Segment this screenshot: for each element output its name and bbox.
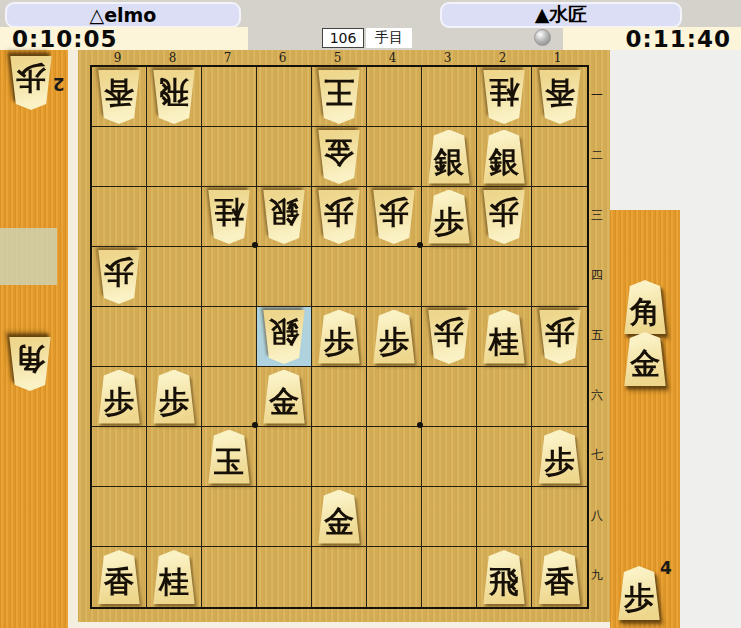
- square-6八[interactable]: [257, 487, 312, 547]
- piece-glyph: 歩: [371, 190, 417, 234]
- move-suffix-label: 手目: [366, 28, 412, 48]
- rank-label-2: 二: [587, 147, 607, 164]
- square-1六[interactable]: [532, 367, 587, 427]
- hoshi-dot: [417, 242, 423, 248]
- square-7四[interactable]: [202, 247, 257, 307]
- rank-label-3: 三: [587, 207, 607, 224]
- square-2三[interactable]: 歩: [477, 187, 532, 247]
- piece-gote-knight[interactable]: 桂: [481, 70, 527, 124]
- square-2一[interactable]: 桂: [477, 67, 532, 127]
- square-5八[interactable]: 金: [312, 487, 367, 547]
- square-1二[interactable]: [532, 127, 587, 187]
- piece-sente-pawn[interactable]: 歩: [96, 370, 142, 424]
- square-3五[interactable]: 歩: [422, 307, 477, 367]
- sente-hand-tray: 角 金 歩 4: [610, 210, 680, 628]
- square-1八[interactable]: [532, 487, 587, 547]
- square-8九[interactable]: 桂: [147, 547, 202, 607]
- piece-sente-pawn[interactable]: 歩: [616, 566, 662, 620]
- file-label-1: 1: [530, 51, 585, 65]
- square-2二[interactable]: 銀: [477, 127, 532, 187]
- square-3八[interactable]: [422, 487, 477, 547]
- piece-gote-pawn[interactable]: 歩: [316, 190, 362, 244]
- piece-glyph: 歩: [537, 310, 583, 354]
- file-label-2: 2: [475, 51, 530, 65]
- square-6七[interactable]: [257, 427, 312, 487]
- hoshi-dot: [252, 242, 258, 248]
- square-1九[interactable]: 香: [532, 547, 587, 607]
- piece-sente-gold[interactable]: 金: [261, 370, 307, 424]
- hand-piece-gote-pawn[interactable]: 歩: [8, 56, 54, 110]
- piece-sente-silver[interactable]: 銀: [426, 130, 472, 184]
- square-4六[interactable]: [367, 367, 422, 427]
- rank-label-8: 八: [587, 507, 607, 524]
- sente-nameplate[interactable]: ▲水匠: [440, 2, 682, 28]
- gote-name-label: △elmo: [90, 4, 157, 26]
- piece-glyph: 玉: [206, 440, 252, 484]
- board-grid: 香飛王桂香金銀銀桂銀歩歩歩歩歩銀歩歩歩桂歩歩歩金玉歩金香桂飛香: [90, 65, 589, 609]
- piece-sente-pawn[interactable]: 歩: [426, 190, 472, 244]
- piece-sente-bishop[interactable]: 角: [622, 280, 668, 334]
- square-6六[interactable]: 金: [257, 367, 312, 427]
- square-1五[interactable]: 歩: [532, 307, 587, 367]
- piece-glyph: 歩: [426, 310, 472, 354]
- rank-label-7: 七: [587, 447, 607, 464]
- piece-sente-pawn[interactable]: 歩: [316, 310, 362, 364]
- piece-sente-lance[interactable]: 香: [96, 550, 142, 604]
- square-8三[interactable]: [147, 187, 202, 247]
- square-3三[interactable]: 歩: [422, 187, 477, 247]
- tray-selection-overlay: [0, 228, 57, 285]
- sente-pawn-count: 4: [660, 558, 672, 578]
- file-label-6: 6: [255, 51, 310, 65]
- square-3六[interactable]: [422, 367, 477, 427]
- piece-glyph: 歩: [8, 56, 54, 100]
- square-1三[interactable]: [532, 187, 587, 247]
- piece-glyph: 歩: [316, 320, 362, 364]
- rank-label-4: 四: [587, 267, 607, 284]
- square-2四[interactable]: [477, 247, 532, 307]
- square-9八[interactable]: [92, 487, 147, 547]
- gote-clock-strip: 0:10:05: [0, 27, 248, 50]
- square-7七[interactable]: 玉: [202, 427, 257, 487]
- file-label-5: 5: [310, 51, 365, 65]
- piece-glyph: 歩: [96, 380, 142, 424]
- piece-gote-pawn[interactable]: 歩: [426, 310, 472, 364]
- piece-glyph: 金: [261, 380, 307, 424]
- piece-sente-knight[interactable]: 桂: [151, 550, 197, 604]
- square-8一[interactable]: 飛: [147, 67, 202, 127]
- square-9四[interactable]: 歩: [92, 247, 147, 307]
- piece-glyph: 歩: [151, 380, 197, 424]
- piece-gote-gold[interactable]: 金: [316, 130, 362, 184]
- square-6二[interactable]: [257, 127, 312, 187]
- square-5三[interactable]: 歩: [312, 187, 367, 247]
- turn-indicator-icon: [534, 29, 551, 46]
- piece-gote-pawn[interactable]: 歩: [481, 190, 527, 244]
- square-3四[interactable]: [422, 247, 477, 307]
- square-6五[interactable]: 銀: [257, 307, 312, 367]
- square-5四[interactable]: [312, 247, 367, 307]
- piece-glyph: 金: [316, 500, 362, 544]
- piece-glyph: 金: [622, 342, 668, 386]
- square-3七[interactable]: [422, 427, 477, 487]
- piece-glyph: 金: [316, 130, 362, 174]
- board-bottom-strip: [78, 622, 610, 628]
- piece-glyph: 桂: [206, 190, 252, 234]
- file-label-4: 4: [365, 51, 420, 65]
- square-4二[interactable]: [367, 127, 422, 187]
- sente-name-label: ▲水匠: [535, 2, 588, 28]
- file-label-7: 7: [200, 51, 255, 65]
- hand-piece-sente-gold[interactable]: 金: [622, 332, 668, 386]
- square-2七[interactable]: [477, 427, 532, 487]
- piece-glyph: 桂: [481, 320, 527, 364]
- square-3一[interactable]: [422, 67, 477, 127]
- square-5七[interactable]: [312, 427, 367, 487]
- piece-glyph: 銀: [481, 140, 527, 184]
- square-4四[interactable]: [367, 247, 422, 307]
- piece-gote-rook[interactable]: 飛: [151, 70, 197, 124]
- rank-label-6: 六: [587, 387, 607, 404]
- piece-glyph: 歩: [616, 576, 662, 620]
- square-8八[interactable]: [147, 487, 202, 547]
- hand-piece-sente-bishop[interactable]: 角: [622, 280, 668, 334]
- hand-piece-sente-pawn[interactable]: 歩: [616, 566, 662, 620]
- gote-clock: 0:10:05: [12, 26, 117, 52]
- piece-gote-pawn[interactable]: 歩: [537, 310, 583, 364]
- piece-sente-gold[interactable]: 金: [316, 490, 362, 544]
- square-9九[interactable]: 香: [92, 547, 147, 607]
- square-6九[interactable]: [257, 547, 312, 607]
- square-8二[interactable]: [147, 127, 202, 187]
- square-9三[interactable]: [92, 187, 147, 247]
- square-2九[interactable]: 飛: [477, 547, 532, 607]
- square-2六[interactable]: [477, 367, 532, 427]
- piece-sente-gold[interactable]: 金: [622, 332, 668, 386]
- piece-sente-knight[interactable]: 桂: [481, 310, 527, 364]
- square-4三[interactable]: 歩: [367, 187, 422, 247]
- hoshi-dot: [417, 422, 423, 428]
- square-4五[interactable]: 歩: [367, 307, 422, 367]
- piece-gote-bishop[interactable]: 角: [7, 337, 53, 391]
- square-9二[interactable]: [92, 127, 147, 187]
- square-7二[interactable]: [202, 127, 257, 187]
- square-7九[interactable]: [202, 547, 257, 607]
- piece-glyph: 角: [7, 337, 53, 381]
- piece-gote-pawn[interactable]: 歩: [8, 56, 54, 110]
- square-9五[interactable]: [92, 307, 147, 367]
- square-7六[interactable]: [202, 367, 257, 427]
- square-6一[interactable]: [257, 67, 312, 127]
- sente-clock-strip: 0:11:40: [563, 27, 741, 50]
- piece-gote-pawn[interactable]: 歩: [371, 190, 417, 244]
- gote-hand-tray: 歩 2 角: [0, 50, 68, 628]
- piece-glyph: 歩: [537, 440, 583, 484]
- piece-glyph: 飛: [151, 70, 197, 114]
- piece-sente-rook[interactable]: 飛: [481, 550, 527, 604]
- square-6三[interactable]: 銀: [257, 187, 312, 247]
- square-8四[interactable]: [147, 247, 202, 307]
- square-4七[interactable]: [367, 427, 422, 487]
- move-number-box: 106: [322, 28, 364, 48]
- square-3二[interactable]: 銀: [422, 127, 477, 187]
- square-5一[interactable]: 王: [312, 67, 367, 127]
- rank-label-9: 九: [587, 567, 607, 584]
- rank-label-5: 五: [587, 327, 607, 344]
- rank-label-1: 一: [587, 87, 607, 104]
- square-7五[interactable]: [202, 307, 257, 367]
- gote-nameplate[interactable]: △elmo: [5, 2, 241, 28]
- left-gap-strip: [68, 50, 78, 628]
- piece-glyph: 銀: [426, 140, 472, 184]
- square-4一[interactable]: [367, 67, 422, 127]
- piece-glyph: 香: [537, 70, 583, 114]
- hoshi-dot: [252, 422, 258, 428]
- piece-glyph: 角: [622, 290, 668, 334]
- square-1一[interactable]: 香: [532, 67, 587, 127]
- piece-gote-silver[interactable]: 銀: [261, 190, 307, 244]
- gote-pawn-count: 2: [53, 74, 65, 94]
- piece-glyph: 歩: [481, 190, 527, 234]
- square-9七[interactable]: [92, 427, 147, 487]
- piece-glyph: 桂: [151, 560, 197, 604]
- piece-glyph: 銀: [261, 310, 307, 354]
- square-2五[interactable]: 桂: [477, 307, 532, 367]
- square-3九[interactable]: [422, 547, 477, 607]
- piece-sente-pawn[interactable]: 歩: [371, 310, 417, 364]
- square-4九[interactable]: [367, 547, 422, 607]
- piece-glyph: 香: [96, 560, 142, 604]
- piece-gote-lance[interactable]: 香: [537, 70, 583, 124]
- piece-glyph: 歩: [371, 320, 417, 364]
- square-8五[interactable]: [147, 307, 202, 367]
- piece-glyph: 桂: [481, 70, 527, 114]
- square-2八[interactable]: [477, 487, 532, 547]
- square-7八[interactable]: [202, 487, 257, 547]
- file-label-9: 9: [90, 51, 145, 65]
- file-label-8: 8: [145, 51, 200, 65]
- move-number: 106: [330, 30, 357, 46]
- square-6四[interactable]: [257, 247, 312, 307]
- header-bar: △elmo ▲水匠 0:10:05 0:11:40 106 手目: [0, 0, 741, 50]
- file-label-3: 3: [420, 51, 475, 65]
- piece-gote-silver[interactable]: 銀: [261, 310, 307, 364]
- piece-glyph: 歩: [96, 250, 142, 294]
- sente-clock: 0:11:40: [626, 26, 731, 52]
- piece-sente-lance[interactable]: 香: [537, 550, 583, 604]
- square-5二[interactable]: 金: [312, 127, 367, 187]
- board-panel: 987654321 香飛王桂香金銀銀桂銀歩歩歩歩歩銀歩歩歩桂歩歩歩金玉歩金香桂飛…: [78, 50, 610, 622]
- square-9一[interactable]: 香: [92, 67, 147, 127]
- square-8六[interactable]: 歩: [147, 367, 202, 427]
- piece-sente-pawn[interactable]: 歩: [537, 430, 583, 484]
- piece-glyph: 飛: [481, 560, 527, 604]
- piece-glyph: 香: [537, 560, 583, 604]
- square-7三[interactable]: 桂: [202, 187, 257, 247]
- piece-glyph: 歩: [316, 190, 362, 234]
- piece-sente-pawn[interactable]: 歩: [151, 370, 197, 424]
- piece-sente-silver[interactable]: 銀: [481, 130, 527, 184]
- square-1七[interactable]: 歩: [532, 427, 587, 487]
- square-9六[interactable]: 歩: [92, 367, 147, 427]
- piece-glyph: 王: [316, 70, 362, 114]
- square-1四[interactable]: [532, 247, 587, 307]
- piece-gote-king[interactable]: 王: [316, 70, 362, 124]
- square-8七[interactable]: [147, 427, 202, 487]
- piece-gote-pawn[interactable]: 歩: [96, 250, 142, 304]
- square-5六[interactable]: [312, 367, 367, 427]
- square-5九[interactable]: [312, 547, 367, 607]
- hand-piece-gote-bishop[interactable]: 角: [7, 337, 53, 391]
- square-4八[interactable]: [367, 487, 422, 547]
- piece-glyph: 歩: [426, 200, 472, 244]
- piece-sente-king[interactable]: 玉: [206, 430, 252, 484]
- piece-glyph: 銀: [261, 190, 307, 234]
- piece-gote-lance[interactable]: 香: [96, 70, 142, 124]
- square-5五[interactable]: 歩: [312, 307, 367, 367]
- piece-gote-knight[interactable]: 桂: [206, 190, 252, 244]
- square-7一[interactable]: [202, 67, 257, 127]
- piece-glyph: 香: [96, 70, 142, 114]
